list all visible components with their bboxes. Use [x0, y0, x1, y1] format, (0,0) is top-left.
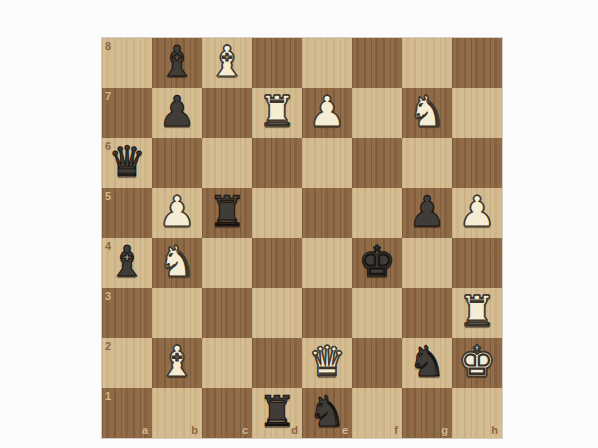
square-c4[interactable]	[202, 238, 252, 288]
square-c8[interactable]: ♝	[202, 38, 252, 88]
black-queen[interactable]: ♛	[102, 138, 152, 188]
square-g3[interactable]	[402, 288, 452, 338]
square-f6[interactable]	[352, 138, 402, 188]
black-rook[interactable]: ♜	[202, 188, 252, 238]
square-d8[interactable]	[252, 38, 302, 88]
square-e4[interactable]	[302, 238, 352, 288]
white-pawn[interactable]: ♟	[452, 188, 502, 238]
square-f4[interactable]: ♚	[352, 238, 402, 288]
square-d7[interactable]: ♜	[252, 88, 302, 138]
square-b3[interactable]	[152, 288, 202, 338]
file-label-h: h	[491, 425, 498, 436]
rank-label-5: 5	[105, 191, 111, 202]
square-c3[interactable]	[202, 288, 252, 338]
page-background: 8♝♝7♟♜♟♞6♛5♟♜♟♟4♝♞♚3♜2♝♛♞♚1abcd♜e♞fgh	[0, 0, 598, 448]
square-h8[interactable]	[452, 38, 502, 88]
square-g5[interactable]: ♟	[402, 188, 452, 238]
square-d3[interactable]	[252, 288, 302, 338]
square-d2[interactable]	[252, 338, 302, 388]
square-b2[interactable]: ♝	[152, 338, 202, 388]
square-d5[interactable]	[252, 188, 302, 238]
rank-label-3: 3	[105, 291, 111, 302]
square-c6[interactable]	[202, 138, 252, 188]
white-queen[interactable]: ♛	[302, 338, 352, 388]
black-knight[interactable]: ♞	[302, 388, 352, 438]
square-g2[interactable]: ♞	[402, 338, 452, 388]
square-e8[interactable]	[302, 38, 352, 88]
square-f8[interactable]	[352, 38, 402, 88]
square-g7[interactable]: ♞	[402, 88, 452, 138]
square-b4[interactable]: ♞	[152, 238, 202, 288]
square-b1[interactable]: b	[152, 388, 202, 438]
square-a6[interactable]: 6♛	[102, 138, 152, 188]
square-f3[interactable]	[352, 288, 402, 338]
square-g4[interactable]	[402, 238, 452, 288]
square-b5[interactable]: ♟	[152, 188, 202, 238]
square-g1[interactable]: g	[402, 388, 452, 438]
square-a1[interactable]: 1a	[102, 388, 152, 438]
file-label-a: a	[142, 425, 148, 436]
black-pawn[interactable]: ♟	[152, 88, 202, 138]
white-bishop[interactable]: ♝	[202, 38, 252, 88]
square-b8[interactable]: ♝	[152, 38, 202, 88]
square-g8[interactable]	[402, 38, 452, 88]
white-knight[interactable]: ♞	[402, 88, 452, 138]
square-a4[interactable]: 4♝	[102, 238, 152, 288]
rank-label-1: 1	[105, 391, 111, 402]
square-e5[interactable]	[302, 188, 352, 238]
square-c5[interactable]: ♜	[202, 188, 252, 238]
file-label-g: g	[441, 425, 448, 436]
white-rook[interactable]: ♜	[252, 88, 302, 138]
square-h4[interactable]	[452, 238, 502, 288]
white-bishop[interactable]: ♝	[152, 338, 202, 388]
file-label-f: f	[394, 425, 398, 436]
square-h2[interactable]: ♚	[452, 338, 502, 388]
white-king[interactable]: ♚	[452, 338, 502, 388]
file-label-b: b	[191, 425, 198, 436]
square-f5[interactable]	[352, 188, 402, 238]
rank-label-7: 7	[105, 91, 111, 102]
square-h1[interactable]: h	[452, 388, 502, 438]
square-h5[interactable]: ♟	[452, 188, 502, 238]
square-e1[interactable]: e♞	[302, 388, 352, 438]
square-d4[interactable]	[252, 238, 302, 288]
square-h3[interactable]: ♜	[452, 288, 502, 338]
square-h6[interactable]	[452, 138, 502, 188]
square-f1[interactable]: f	[352, 388, 402, 438]
black-king[interactable]: ♚	[352, 238, 402, 288]
square-b6[interactable]	[152, 138, 202, 188]
square-a5[interactable]: 5	[102, 188, 152, 238]
square-c7[interactable]	[202, 88, 252, 138]
square-d1[interactable]: d♜	[252, 388, 302, 438]
square-f2[interactable]	[352, 338, 402, 388]
black-pawn[interactable]: ♟	[402, 188, 452, 238]
square-a3[interactable]: 3	[102, 288, 152, 338]
square-e6[interactable]	[302, 138, 352, 188]
square-c1[interactable]: c	[202, 388, 252, 438]
white-pawn[interactable]: ♟	[302, 88, 352, 138]
square-c2[interactable]	[202, 338, 252, 388]
square-f7[interactable]	[352, 88, 402, 138]
white-knight[interactable]: ♞	[152, 238, 202, 288]
square-b7[interactable]: ♟	[152, 88, 202, 138]
black-bishop[interactable]: ♝	[152, 38, 202, 88]
black-bishop[interactable]: ♝	[102, 238, 152, 288]
square-a8[interactable]: 8	[102, 38, 152, 88]
rank-label-8: 8	[105, 41, 111, 52]
black-knight[interactable]: ♞	[402, 338, 452, 388]
square-e3[interactable]	[302, 288, 352, 338]
square-a7[interactable]: 7	[102, 88, 152, 138]
square-h7[interactable]	[452, 88, 502, 138]
square-a2[interactable]: 2	[102, 338, 152, 388]
square-g6[interactable]	[402, 138, 452, 188]
square-d6[interactable]	[252, 138, 302, 188]
file-label-c: c	[242, 425, 248, 436]
square-e2[interactable]: ♛	[302, 338, 352, 388]
white-rook[interactable]: ♜	[452, 288, 502, 338]
square-e7[interactable]: ♟	[302, 88, 352, 138]
black-rook[interactable]: ♜	[252, 388, 302, 438]
white-pawn[interactable]: ♟	[152, 188, 202, 238]
rank-label-2: 2	[105, 341, 111, 352]
chess-board: 8♝♝7♟♜♟♞6♛5♟♜♟♟4♝♞♚3♜2♝♛♞♚1abcd♜e♞fgh	[102, 38, 502, 438]
